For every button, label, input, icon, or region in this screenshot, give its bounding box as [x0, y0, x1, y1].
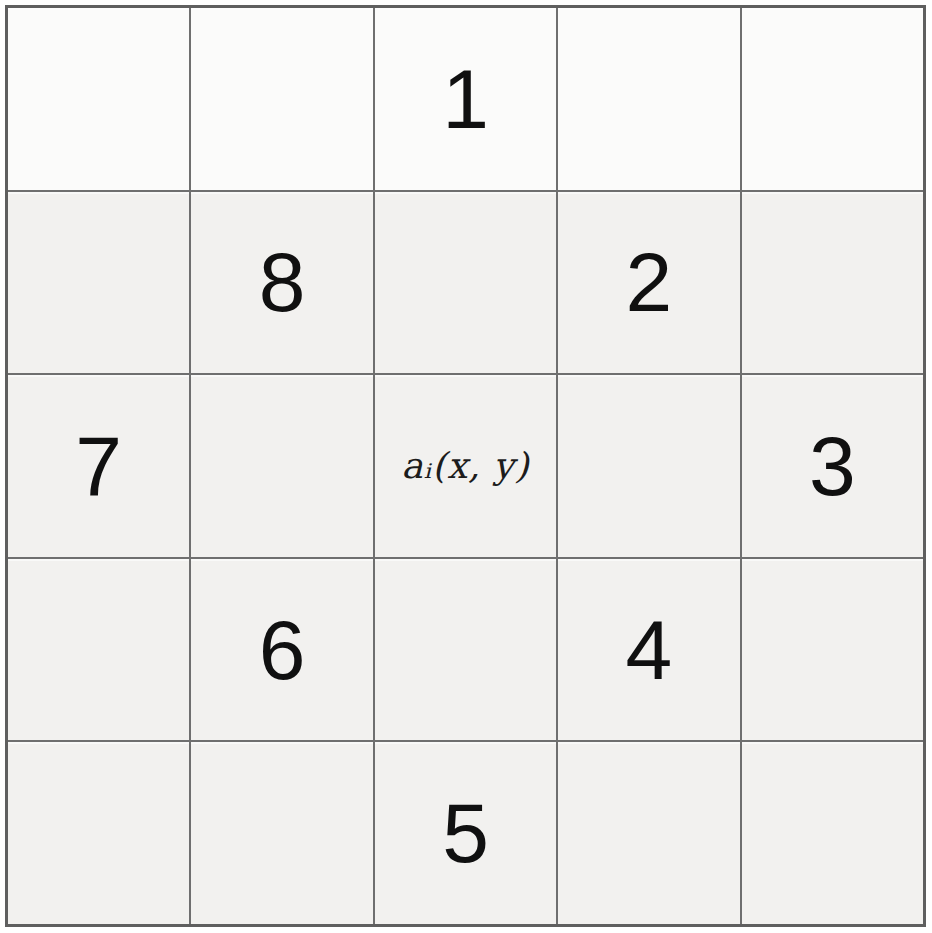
cell-r2c1 [8, 192, 189, 374]
cell-r5c4 [558, 742, 739, 924]
cell-r1c2 [191, 8, 372, 190]
cell-r1c3: 1 [375, 8, 556, 190]
cell-r4c3 [375, 559, 556, 741]
cell-r4c1 [8, 559, 189, 741]
cell-r2c5 [742, 192, 923, 374]
grid-board: 1 8 2 7 aᵢ(x, y) 3 6 4 5 [5, 5, 926, 927]
cell-r5c3: 5 [375, 742, 556, 924]
cell-r1c1 [8, 8, 189, 190]
cell-r5c5 [742, 742, 923, 924]
cell-r1c5 [742, 8, 923, 190]
cell-r4c5 [742, 559, 923, 741]
cell-r4c4: 4 [558, 559, 739, 741]
cell-r3c5: 3 [742, 375, 923, 557]
cell-r3c2 [191, 375, 372, 557]
cell-r4c2: 6 [191, 559, 372, 741]
cell-r2c2: 8 [191, 192, 372, 374]
cell-r3c1: 7 [8, 375, 189, 557]
cell-r2c4: 2 [558, 192, 739, 374]
cell-r1c4 [558, 8, 739, 190]
figure-canvas: 1 8 2 7 aᵢ(x, y) 3 6 4 5 [0, 0, 932, 933]
cell-r3c4 [558, 375, 739, 557]
cell-r3c3-center-pixel-label: aᵢ(x, y) [375, 375, 556, 557]
cell-r2c3 [375, 192, 556, 374]
cell-r5c1 [8, 742, 189, 924]
cell-r5c2 [191, 742, 372, 924]
